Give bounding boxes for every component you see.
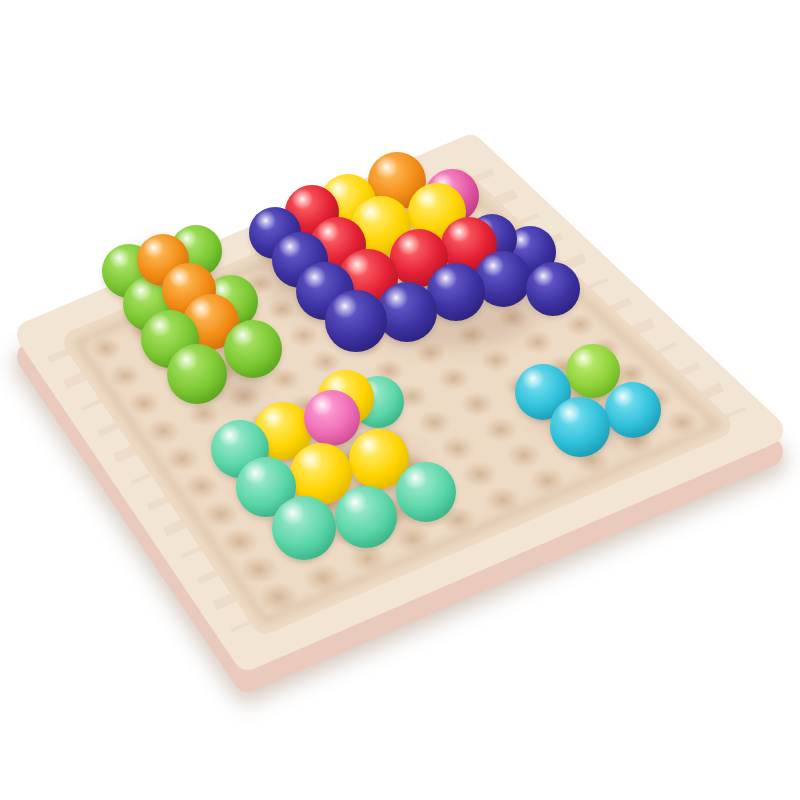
bead-green[interactable] <box>224 320 282 378</box>
bead-cyan[interactable] <box>605 382 661 438</box>
bead-navy[interactable] <box>325 290 387 352</box>
bead-mint[interactable] <box>396 462 456 522</box>
product-photo-stage <box>0 0 800 800</box>
bead-layer <box>0 0 800 800</box>
bead-pink[interactable] <box>304 390 360 446</box>
bead-mint[interactable] <box>272 496 336 560</box>
bead-green[interactable] <box>167 344 227 404</box>
bead-mint[interactable] <box>335 486 397 548</box>
bead-navy[interactable] <box>377 282 437 342</box>
bead-navy[interactable] <box>526 262 580 316</box>
bead-cyan[interactable] <box>550 397 610 457</box>
